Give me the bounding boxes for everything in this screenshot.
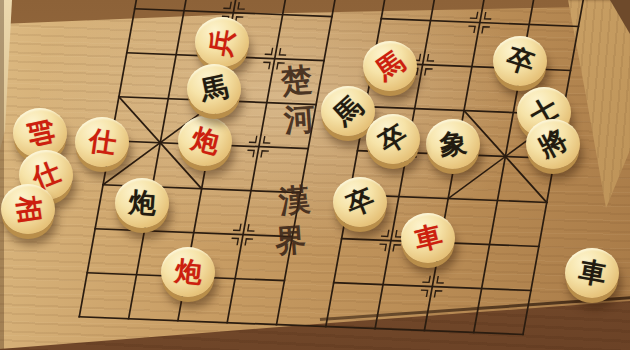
piece-red-horse[interactable]: 馬 — [363, 41, 417, 91]
piece-black-soldier[interactable]: 卒 — [333, 177, 387, 227]
piece-character: 卒 — [503, 44, 537, 78]
piece-character: 馬 — [198, 73, 230, 105]
piece-character: 卒 — [342, 184, 377, 219]
piece-black-elephant[interactable]: 象 — [426, 119, 480, 169]
piece-black-chariot[interactable]: 車 — [565, 248, 619, 298]
piece-character: 仕 — [87, 127, 117, 157]
piece-character: 兵 — [206, 26, 237, 57]
piece-character: 車 — [412, 222, 445, 255]
piece-red-soldier[interactable]: 兵 — [195, 17, 249, 67]
xiangqi-photo-scene: 楚河漢界 兵馬帥仕炮仕相炮車馬馬卒士象將卒炮卒車 — [0, 0, 630, 350]
piece-character: 馬 — [371, 47, 409, 85]
piece-black-soldier[interactable]: 卒 — [366, 114, 420, 164]
piece-black-cannon[interactable]: 炮 — [115, 178, 169, 228]
piece-character: 卒 — [374, 120, 411, 157]
piece-red-cannon[interactable]: 炮 — [161, 247, 215, 297]
piece-red-advisor[interactable]: 仕 — [75, 117, 129, 167]
piece-character: 車 — [576, 257, 607, 288]
piece-red-chariot[interactable]: 車 — [401, 213, 455, 263]
piece-character: 炮 — [189, 125, 222, 158]
piece-black-soldier[interactable]: 卒 — [493, 36, 547, 86]
piece-character: 炮 — [173, 257, 203, 287]
piece-character: 相 — [13, 194, 43, 224]
piece-character: 帥 — [24, 117, 56, 149]
piece-black-general[interactable]: 將 — [526, 119, 580, 169]
river-char-河: 河 — [283, 98, 317, 142]
river-char-漢: 漢 — [277, 178, 312, 223]
river-char-界: 界 — [274, 219, 308, 263]
piece-black-horse[interactable]: 馬 — [187, 64, 241, 114]
piece-red-elephant-offboard[interactable]: 相 — [1, 184, 55, 234]
piece-red-cannon[interactable]: 炮 — [178, 116, 232, 166]
piece-character: 炮 — [128, 189, 157, 218]
piece-character: 將 — [535, 126, 572, 163]
piece-black-horse[interactable]: 馬 — [321, 86, 375, 136]
river-char-楚: 楚 — [279, 58, 314, 103]
piece-character: 象 — [438, 129, 467, 158]
piece-character: 馬 — [329, 92, 367, 130]
